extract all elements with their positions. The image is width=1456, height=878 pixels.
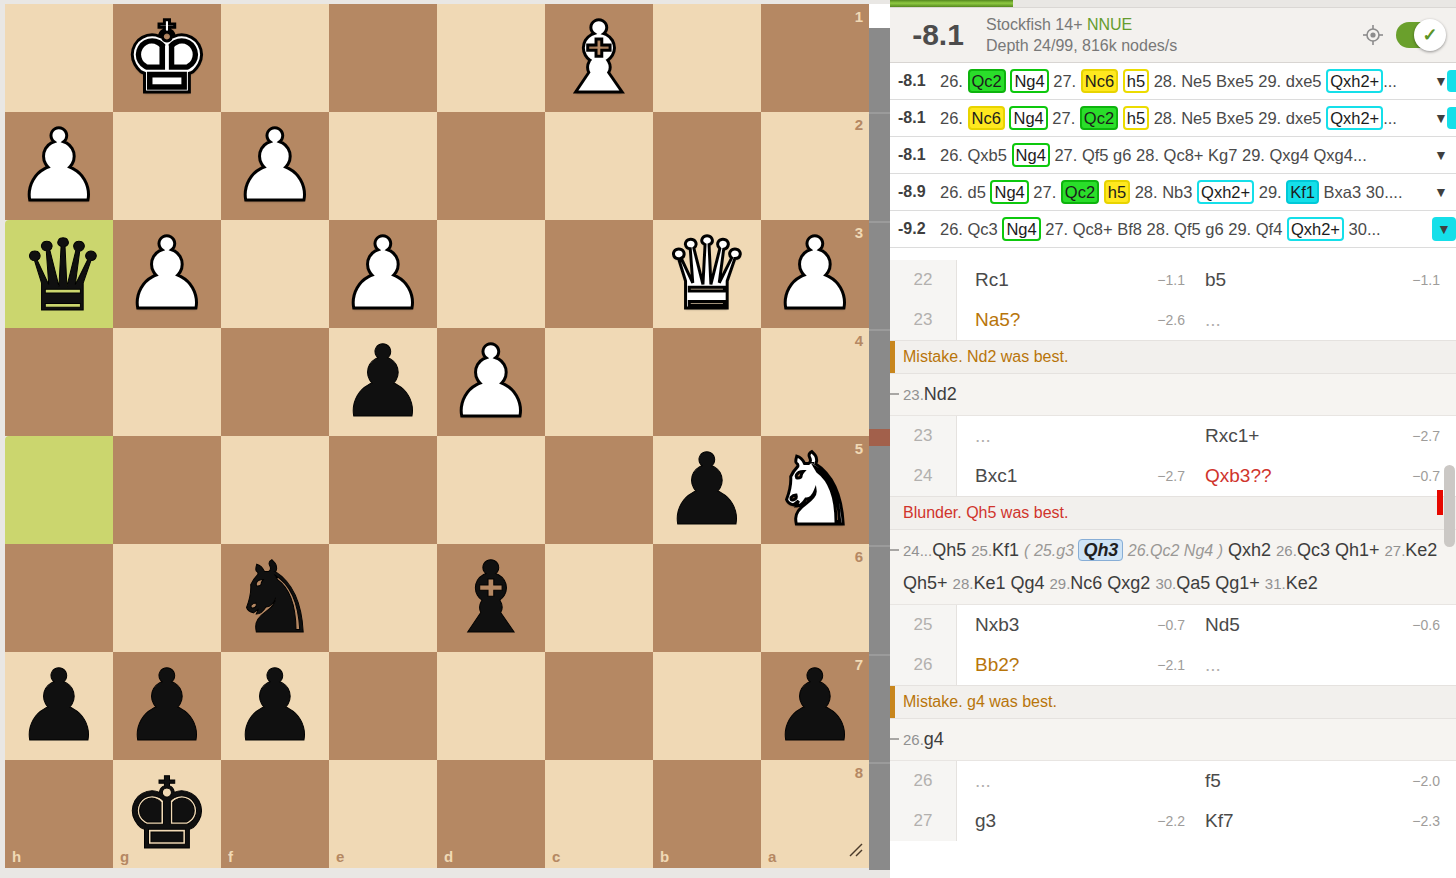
variation-move[interactable]: 26.Qc2 Ng4 ) [1123, 542, 1223, 559]
check-icon: ✓ [1422, 24, 1437, 46]
square-c2[interactable] [545, 112, 653, 220]
piece-bN-f6[interactable]: ♞ [221, 544, 329, 652]
black-move[interactable]: Kf7 [1205, 810, 1234, 832]
white-move-eval: −1.1 [1157, 272, 1195, 288]
square-c5[interactable] [545, 436, 653, 544]
move-number: 27 [890, 801, 957, 841]
gauge-tick [869, 545, 890, 547]
black-move[interactable]: Qxb3?? [1205, 465, 1272, 487]
square-e8[interactable]: e [329, 760, 437, 868]
square-c3[interactable] [545, 220, 653, 328]
clipped-highlight-stub [1447, 107, 1456, 129]
eval-gauge [869, 4, 890, 870]
gauge-tick [869, 654, 890, 656]
engine-line-4[interactable]: -8.926. d5 Ng4 27. Qc2 h5 28. Nb3 Qxh2+ … [890, 174, 1456, 211]
black-move-eval: −0.6 [1412, 617, 1440, 633]
comment-accent-bar [890, 686, 895, 718]
square-f8[interactable]: f [221, 760, 329, 868]
square-g1[interactable]: ♚ [113, 4, 221, 112]
white-move[interactable]: ... [975, 425, 991, 447]
pv-move-text: 27. [1048, 109, 1080, 127]
file-label-e: e [336, 848, 344, 865]
black-move-cell[interactable]: ... [1195, 645, 1456, 685]
square-h4[interactable] [5, 328, 113, 436]
piece-wK-g1[interactable]: ♚ [113, 4, 221, 112]
engine-line-moves: 26. Qxb5 Ng4 27. Qf5 g6 28. Qc8+ Kg7 29.… [940, 143, 1434, 167]
pv-move-text: 27. Qc8+ Bf8 28. Qf5 g6 29. Qf4 [1041, 220, 1287, 238]
clipped-highlight-stub [1447, 70, 1456, 92]
piece-wP-d4[interactable]: ♟ [437, 328, 545, 436]
variation-move[interactable]: Kf1 [992, 540, 1024, 560]
black-move-cell[interactable]: ... [1195, 300, 1456, 340]
current-variation-move[interactable]: Qh3 [1078, 539, 1123, 561]
variation-move-number: 30. [1155, 575, 1176, 592]
expand-line-button[interactable]: ▼ [1434, 147, 1456, 163]
variation-move[interactable]: Nd2 [924, 384, 957, 404]
pv-move-text: 28. Nb3 [1130, 183, 1197, 201]
rank-label-4: 4 [855, 332, 863, 349]
square-b7[interactable] [653, 652, 761, 760]
pv-move-text: 27. [1049, 72, 1081, 90]
rank-label-2: 2 [855, 116, 863, 133]
engine-line-moves: 26. d5 Ng4 27. Qc2 h5 28. Nb3 Qxh2+ 29. … [940, 180, 1434, 204]
white-move-eval: −2.1 [1157, 657, 1195, 673]
piece-wP-a3[interactable]: ♟ [761, 220, 869, 328]
black-move[interactable]: f5 [1205, 770, 1221, 792]
move-row: 22Rc1−1.1b5−1.1 [890, 260, 1456, 300]
square-h1[interactable] [5, 4, 113, 112]
file-label-c: c [552, 848, 560, 865]
engine-depth: Depth 24/99, 816k nodes/s [986, 35, 1356, 56]
judgment-comment: Mistake. Nd2 was best. [890, 340, 1456, 374]
square-e2[interactable] [329, 112, 437, 220]
move-number: 22 [890, 260, 957, 300]
white-move-eval: −2.6 [1157, 312, 1195, 328]
square-d7[interactable] [437, 652, 545, 760]
engine-line-3[interactable]: -8.126. Qxb5 Ng4 27. Qf5 g6 28. Qc8+ Kg7… [890, 137, 1456, 174]
variation-move[interactable]: Nc6 [1070, 573, 1107, 593]
white-move-cell[interactable]: g3−2.2 [957, 801, 1195, 841]
square-f7[interactable]: ♟ [221, 652, 329, 760]
pv-move-text: 26. Qxb5 [940, 146, 1012, 164]
variation-move[interactable]: Qxg2 [1107, 573, 1155, 593]
variation-move-number: 24... [903, 542, 932, 559]
move-row: 27g3−2.2Kf7−2.3 [890, 801, 1456, 841]
variation-move-number: 31. [1265, 575, 1286, 592]
expand-line-button[interactable]: ▼ [1432, 217, 1456, 241]
black-move[interactable]: ... [1205, 654, 1221, 676]
square-h8[interactable]: h [5, 760, 113, 868]
board-resize-handle[interactable] [848, 842, 864, 862]
variation-move[interactable]: Ke1 [973, 573, 1010, 593]
move-row: 25Nxb3−0.7Nd5−0.6 [890, 605, 1456, 645]
blunder-scroll-marker [1437, 490, 1443, 515]
white-move-cell[interactable]: Nxb3−0.7 [957, 605, 1195, 645]
square-d1[interactable] [437, 4, 545, 112]
rank-label-6: 6 [855, 548, 863, 565]
piece-bP-h7[interactable]: ♟ [5, 652, 113, 760]
engine-info: Stockfish 14+ NNUE Depth 24/99, 816k nod… [986, 14, 1356, 56]
square-a3[interactable]: ♟3 [761, 220, 869, 328]
piece-wQ-b3[interactable]: ♛ [653, 220, 761, 328]
square-a2[interactable]: 2 [761, 112, 869, 220]
move-row: 26...f5−2.0 [890, 761, 1456, 801]
gauge-tick [869, 762, 890, 764]
square-b8[interactable]: b [653, 760, 761, 868]
pv-move-text: ... [1383, 109, 1397, 127]
white-move-cell[interactable]: Na5?−2.6 [957, 300, 1195, 340]
highlighted-move[interactable]: Qc2 [968, 69, 1006, 93]
judgment-comment: Mistake. g4 was best. [890, 685, 1456, 719]
engine-line-eval: -8.1 [890, 109, 940, 127]
practice-target-icon[interactable] [1356, 24, 1390, 46]
variation-line[interactable]: 24...Qh5 25.Kf1 ( 25.g3 Qh3 26.Qc2 Ng4 )… [890, 530, 1456, 605]
engine-toggle-knob: ✓ [1414, 19, 1446, 51]
highlighted-move[interactable]: h5 [1123, 69, 1149, 93]
variation-move-number: 23. [903, 386, 924, 403]
piece-wP-g3[interactable]: ♟ [113, 220, 221, 328]
judgment-comment-text: Blunder. Qh5 was best. [903, 504, 1068, 522]
pv-move-text: ... [1383, 72, 1397, 90]
square-c6[interactable] [545, 544, 653, 652]
black-move-eval: −2.3 [1412, 813, 1440, 829]
engine-progress-track [890, 0, 1456, 8]
move-number: 23 [890, 300, 957, 340]
square-g6[interactable] [113, 544, 221, 652]
variation-move[interactable]: Qg4 [1010, 573, 1049, 593]
white-move-eval: −2.7 [1157, 468, 1195, 484]
square-d2[interactable] [437, 112, 545, 220]
chess-board[interactable]: ♚♝1♟♟2♛♟♟♛♟3♟♟4♟♞5♞♝6♟♟♟♟7h♚gfedcb8a [5, 4, 869, 868]
move-number: 25 [890, 605, 957, 645]
square-g2[interactable] [113, 112, 221, 220]
judgment-comment-text: Mistake. g4 was best. [903, 693, 1057, 711]
move-row: 24Bxc1−2.7Qxb3??−0.7 [890, 456, 1456, 496]
comment-accent-bar [890, 341, 895, 373]
square-e5[interactable] [329, 436, 437, 544]
square-a1[interactable]: 1 [761, 4, 869, 112]
file-label-f: f [228, 848, 233, 865]
black-move[interactable]: ... [1205, 309, 1221, 331]
move-number: 26 [890, 761, 957, 801]
file-label-b: b [660, 848, 669, 865]
square-h7[interactable]: ♟ [5, 652, 113, 760]
highlighted-move[interactable]: Ng4 [1002, 217, 1040, 241]
black-move-cell[interactable]: b5−1.1 [1195, 260, 1456, 300]
engine-line-eval: -8.9 [890, 183, 940, 201]
variation-move[interactable]: Qa5 [1176, 573, 1215, 593]
move-number: 23 [890, 416, 957, 456]
highlighted-move[interactable]: h5 [1104, 180, 1130, 204]
square-f3[interactable] [221, 220, 329, 328]
gauge-tick [869, 221, 890, 223]
scrollbar-thumb[interactable] [1444, 465, 1455, 547]
variation-move[interactable]: Qh5 [932, 540, 971, 560]
engine-line-eval: -9.2 [890, 220, 940, 238]
square-b5[interactable]: ♟ [653, 436, 761, 544]
square-a6[interactable]: 6 [761, 544, 869, 652]
white-move[interactable]: ... [975, 770, 991, 792]
engine-line-eval: -8.1 [890, 146, 940, 164]
pv-move-text: 26. [940, 109, 968, 127]
judgment-comment-text: Mistake. Nd2 was best. [903, 348, 1068, 366]
variation-move[interactable]: Qxh2 [1223, 540, 1276, 560]
white-move[interactable]: g3 [975, 810, 996, 832]
pv-move-text: 30... [1344, 220, 1381, 238]
piece-wP-h2[interactable]: ♟ [5, 112, 113, 220]
black-move-cell[interactable]: Nd5−0.6 [1195, 605, 1456, 645]
highlighted-move[interactable]: Nc6 [1081, 69, 1118, 93]
move-list: 22Rc1−1.1b5−1.123Na5?−2.6...Mistake. Nd2… [890, 260, 1456, 841]
white-move-eval: −0.7 [1157, 617, 1195, 633]
highlighted-move[interactable]: Ng4 [1010, 69, 1048, 93]
white-move[interactable]: Bxc1 [975, 465, 1017, 487]
white-move[interactable]: Rc1 [975, 269, 1009, 291]
eval-gauge-white-section [869, 4, 890, 28]
square-f4[interactable] [221, 328, 329, 436]
rank-label-7: 7 [855, 656, 863, 673]
analysis-panel: -8.1 Stockfish 14+ NNUE Depth 24/99, 816… [890, 0, 1456, 878]
judgment-comment: Blunder. Qh5 was best. [890, 496, 1456, 530]
square-h2[interactable]: ♟ [5, 112, 113, 220]
pv-move-text: 26. [940, 72, 968, 90]
engine-progress-fill [890, 0, 1013, 7]
square-d6[interactable]: ♝ [437, 544, 545, 652]
square-a4[interactable]: 4 [761, 328, 869, 436]
engine-header: -8.1 Stockfish 14+ NNUE Depth 24/99, 816… [890, 8, 1456, 63]
square-d3[interactable] [437, 220, 545, 328]
engine-line-moves: 26. Qc2 Ng4 27. Nc6 h5 28. Ne5 Bxe5 29. … [940, 69, 1434, 93]
file-label-h: h [12, 848, 21, 865]
square-h6[interactable] [5, 544, 113, 652]
piece-bQ-h3[interactable]: ♛ [7, 222, 119, 330]
variation-move-number: 28. [953, 575, 974, 592]
square-f1[interactable] [221, 4, 329, 112]
pv-move-text: Bxa3 30.... [1319, 183, 1402, 201]
black-move-cell[interactable]: f5−2.0 [1195, 761, 1456, 801]
highlighted-move[interactable]: Qc2 [1080, 106, 1118, 130]
pv-move-text: 27. Qf5 g6 28. Qc8+ Kg7 29. Qxg4 Qxg4... [1050, 146, 1367, 164]
engine-line-5[interactable]: -9.226. Qc3 Ng4 27. Qc8+ Bf8 28. Qf5 g6 … [890, 211, 1456, 248]
engine-line-1[interactable]: -8.126. Qc2 Ng4 27. Nc6 h5 28. Ne5 Bxe5 … [890, 63, 1456, 100]
move-row: 23...Rxc1+−2.7 [890, 416, 1456, 456]
pv-move-text: 27. [1029, 183, 1061, 201]
engine-lines: -8.126. Qc2 Ng4 27. Nc6 h5 28. Ne5 Bxe5 … [890, 63, 1456, 248]
square-d8[interactable]: d [437, 760, 545, 868]
piece-wP-e3[interactable]: ♟ [329, 220, 437, 328]
highlighted-move[interactable]: Ng4 [1009, 106, 1047, 130]
engine-name: Stockfish 14+ [986, 16, 1083, 33]
piece-wB-c1[interactable]: ♝ [545, 4, 653, 112]
engine-line-moves: 26. Qc3 Ng4 27. Qc8+ Bf8 28. Qf5 g6 29. … [940, 217, 1432, 241]
square-d4[interactable]: ♟ [437, 328, 545, 436]
square-a5[interactable]: ♞5 [761, 436, 869, 544]
black-move[interactable]: Nd5 [1205, 614, 1240, 636]
variation-move[interactable]: Qc3 [1297, 540, 1335, 560]
black-move-cell[interactable]: Kf7−2.3 [1195, 801, 1456, 841]
gauge-tick [869, 112, 890, 114]
variation-move-number: 27. [1384, 542, 1405, 559]
move-number: 24 [890, 456, 957, 496]
crosshair-icon [1362, 24, 1384, 46]
rank-label-8: 8 [855, 764, 863, 781]
engine-line-eval: -8.1 [890, 72, 940, 90]
move-row: 26Bb2?−2.1... [890, 645, 1456, 685]
variation-move-number: 26. [903, 731, 924, 748]
white-move[interactable]: Bb2? [975, 654, 1019, 676]
white-move[interactable]: Nxb3 [975, 614, 1019, 636]
rank-label-5: 5 [855, 440, 863, 457]
square-g3[interactable]: ♟ [113, 220, 221, 328]
engine-name-line: Stockfish 14+ NNUE [986, 14, 1356, 35]
white-move-eval: −2.2 [1157, 813, 1195, 829]
file-label-a: a [768, 848, 776, 865]
black-move-cell[interactable]: Rxc1+−2.7 [1195, 416, 1456, 456]
square-c7[interactable] [545, 652, 653, 760]
variation-line[interactable]: 26.g4 [890, 719, 1456, 761]
highlighted-move[interactable]: Nc6 [968, 106, 1005, 130]
variation-move-number: 26. [1276, 542, 1297, 559]
variation-move[interactable]: Qg1+ [1215, 573, 1265, 593]
move-number: 26 [890, 645, 957, 685]
file-label-g: g [120, 848, 129, 865]
highlighted-move[interactable]: Qxh2+ [1326, 106, 1383, 130]
square-a7[interactable]: ♟7 [761, 652, 869, 760]
black-move-eval: −1.1 [1412, 272, 1440, 288]
gauge-zero-tick [869, 429, 890, 446]
white-move[interactable]: Na5? [975, 309, 1020, 331]
piece-bK-g8[interactable]: ♚ [113, 760, 221, 868]
highlighted-move[interactable]: Qc2 [1061, 180, 1099, 204]
white-move-cell[interactable]: Bxc1−2.7 [957, 456, 1195, 496]
square-g7[interactable]: ♟ [113, 652, 221, 760]
black-move-eval: −2.7 [1412, 428, 1440, 444]
highlighted-move[interactable]: h5 [1123, 106, 1149, 130]
variation-move[interactable]: Ke2 [1286, 573, 1318, 593]
variation-move[interactable]: Ke2 [1405, 540, 1437, 560]
variation-move[interactable]: g4 [924, 729, 944, 749]
square-c1[interactable]: ♝ [545, 4, 653, 112]
square-f5[interactable] [221, 436, 329, 544]
square-h3[interactable]: ♛ [5, 220, 121, 332]
square-e6[interactable] [329, 544, 437, 652]
move-row: 23Na5?−2.6... [890, 300, 1456, 340]
variation-move[interactable]: ( 25.g3 [1024, 542, 1078, 559]
black-move-eval: −2.0 [1412, 773, 1440, 789]
piece-bP-g7[interactable]: ♟ [113, 652, 221, 760]
pv-move-text: 28. Ne5 Bxe5 29. dxe5 [1149, 72, 1326, 90]
gauge-tick [869, 329, 890, 331]
square-f2[interactable]: ♟ [221, 112, 329, 220]
square-e1[interactable] [329, 4, 437, 112]
highlighted-move[interactable]: Qxh2+ [1197, 180, 1254, 204]
highlighted-move[interactable]: Qxh2+ [1287, 217, 1344, 241]
engine-line-moves: 26. Nc6 Ng4 27. Qc2 h5 28. Ne5 Bxe5 29. … [940, 106, 1434, 130]
highlighted-move[interactable]: Ng4 [1012, 143, 1050, 167]
expand-line-button[interactable]: ▼ [1434, 184, 1456, 200]
pv-move-text: 29. [1254, 183, 1286, 201]
square-b3[interactable]: ♛ [653, 220, 761, 328]
square-e4[interactable]: ♟ [329, 328, 437, 436]
variation-move[interactable]: Qh5+ [903, 573, 953, 593]
variation-move[interactable]: Qh1+ [1335, 540, 1385, 560]
file-label-d: d [444, 848, 453, 865]
piece-bP-b5[interactable]: ♟ [653, 436, 761, 544]
square-b6[interactable] [653, 544, 761, 652]
black-move[interactable]: b5 [1205, 269, 1226, 291]
square-g4[interactable] [113, 328, 221, 436]
engine-line-2[interactable]: -8.126. Nc6 Ng4 27. Qc2 h5 28. Ne5 Bxe5 … [890, 100, 1456, 137]
variation-move-number: 29. [1049, 575, 1070, 592]
pv-move-text: 26. d5 [940, 183, 990, 201]
square-g5[interactable] [113, 436, 221, 544]
black-move-eval: −0.7 [1412, 468, 1440, 484]
variation-move-number: 25. [971, 542, 992, 559]
black-move-cell[interactable]: Qxb3??−0.7 [1195, 456, 1456, 496]
nnue-badge: NNUE [1087, 16, 1132, 33]
piece-bP-f7[interactable]: ♟ [221, 652, 329, 760]
piece-bP-e4[interactable]: ♟ [329, 328, 437, 436]
square-e7[interactable] [329, 652, 437, 760]
piece-wN-a5[interactable]: ♞ [761, 436, 869, 544]
square-b2[interactable] [653, 112, 761, 220]
engine-toggle[interactable]: ✓ [1396, 22, 1442, 48]
square-h5[interactable] [5, 436, 121, 548]
highlighted-move[interactable]: Ng4 [990, 180, 1028, 204]
evaluation-score: -8.1 [890, 18, 986, 52]
piece-bP-a7[interactable]: ♟ [761, 652, 869, 760]
square-f6[interactable]: ♞ [221, 544, 329, 652]
white-move-cell[interactable]: Rc1−1.1 [957, 260, 1195, 300]
square-b1[interactable] [653, 4, 761, 112]
square-d5[interactable] [437, 436, 545, 544]
white-move-cell[interactable]: ... [957, 416, 1195, 456]
piece-bB-d6[interactable]: ♝ [437, 544, 545, 652]
square-c4[interactable] [545, 328, 653, 436]
piece-wP-f2[interactable]: ♟ [221, 112, 329, 220]
variation-line[interactable]: 23.Nd2 [890, 374, 1456, 416]
rank-label-1: 1 [855, 8, 863, 25]
square-b4[interactable] [653, 328, 761, 436]
pv-move-text: 26. Qc3 [940, 220, 1002, 238]
square-g8[interactable]: ♚g [113, 760, 221, 868]
rank-label-3: 3 [855, 224, 863, 241]
highlighted-move[interactable]: Kf1 [1286, 180, 1319, 204]
pv-move-text: 28. Ne5 Bxe5 29. dxe5 [1149, 109, 1326, 127]
highlighted-move[interactable]: Qxh2+ [1326, 69, 1383, 93]
black-move[interactable]: Rxc1+ [1205, 425, 1259, 447]
white-move-cell[interactable]: ... [957, 761, 1195, 801]
square-c8[interactable]: c [545, 760, 653, 868]
white-move-cell[interactable]: Bb2?−2.1 [957, 645, 1195, 685]
square-e3[interactable]: ♟ [329, 220, 437, 328]
